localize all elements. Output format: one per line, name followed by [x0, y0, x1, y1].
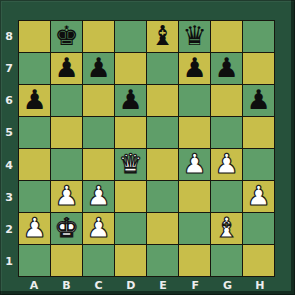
square-a3[interactable]	[19, 181, 50, 212]
rank-label-3: 3	[0, 181, 18, 213]
rank-labels: 87654321	[0, 20, 18, 278]
square-e1[interactable]	[147, 245, 178, 276]
square-g5[interactable]	[211, 117, 242, 148]
white-pawn-piece: ♟	[182, 149, 206, 179]
square-b4[interactable]	[51, 149, 82, 180]
square-g2[interactable]: ♝	[211, 213, 242, 244]
square-e7[interactable]	[147, 53, 178, 84]
square-b1[interactable]	[51, 245, 82, 276]
rank-label-5: 5	[0, 117, 18, 149]
square-a4[interactable]	[19, 149, 50, 180]
rank-label-8: 8	[0, 20, 18, 52]
square-c3[interactable]: ♟	[83, 181, 114, 212]
square-d8[interactable]	[115, 21, 146, 52]
square-g4[interactable]: ♟	[211, 149, 242, 180]
square-f8[interactable]: ♛	[179, 21, 210, 52]
file-label-d: D	[115, 277, 147, 293]
white-pawn-piece: ♟	[86, 213, 110, 243]
square-e8[interactable]: ♝	[147, 21, 178, 52]
square-d4[interactable]: ♛	[115, 149, 146, 180]
square-a2[interactable]: ♟	[19, 213, 50, 244]
square-e3[interactable]	[147, 181, 178, 212]
file-label-a: A	[18, 277, 50, 293]
square-b2[interactable]: ♚	[51, 213, 82, 244]
square-f4[interactable]: ♟	[179, 149, 210, 180]
square-f5[interactable]	[179, 117, 210, 148]
black-pawn-piece: ♟	[246, 85, 270, 115]
white-pawn-piece: ♟	[246, 181, 270, 211]
square-b8[interactable]: ♚	[51, 21, 82, 52]
square-f7[interactable]: ♟	[179, 53, 210, 84]
square-b7[interactable]: ♟	[51, 53, 82, 84]
square-f2[interactable]	[179, 213, 210, 244]
black-bishop-piece: ♝	[150, 21, 174, 51]
square-g3[interactable]	[211, 181, 242, 212]
white-bishop-piece: ♝	[214, 213, 238, 243]
black-pawn-piece: ♟	[22, 85, 46, 115]
black-pawn-piece: ♟	[54, 53, 78, 83]
chess-board: ♚♝♛♟♟♟♟♟♟♟♛♟♟♟♟♟♟♚♟♝	[18, 20, 275, 277]
square-c6[interactable]	[83, 85, 114, 116]
white-king-piece: ♚	[54, 213, 78, 243]
square-a6[interactable]: ♟	[19, 85, 50, 116]
square-d5[interactable]	[115, 117, 146, 148]
square-a1[interactable]	[19, 245, 50, 276]
chess-board-frame: 87654321 ♚♝♛♟♟♟♟♟♟♟♛♟♟♟♟♟♟♚♟♝ ABCDEFGH	[0, 0, 295, 295]
rank-label-2: 2	[0, 214, 18, 246]
square-g1[interactable]	[211, 245, 242, 276]
square-d2[interactable]	[115, 213, 146, 244]
black-queen-piece: ♛	[182, 21, 206, 51]
square-h6[interactable]: ♟	[243, 85, 274, 116]
square-e4[interactable]	[147, 149, 178, 180]
square-a5[interactable]	[19, 117, 50, 148]
square-g8[interactable]	[211, 21, 242, 52]
file-label-e: E	[147, 277, 179, 293]
square-a8[interactable]	[19, 21, 50, 52]
square-f3[interactable]	[179, 181, 210, 212]
rank-label-7: 7	[0, 52, 18, 84]
square-d3[interactable]	[115, 181, 146, 212]
file-label-h: H	[244, 277, 276, 293]
rank-label-6: 6	[0, 85, 18, 117]
square-h8[interactable]	[243, 21, 274, 52]
square-d6[interactable]: ♟	[115, 85, 146, 116]
square-h7[interactable]	[243, 53, 274, 84]
square-g7[interactable]: ♟	[211, 53, 242, 84]
square-b3[interactable]: ♟	[51, 181, 82, 212]
square-e6[interactable]	[147, 85, 178, 116]
square-c4[interactable]	[83, 149, 114, 180]
square-e5[interactable]	[147, 117, 178, 148]
square-g6[interactable]	[211, 85, 242, 116]
square-d1[interactable]	[115, 245, 146, 276]
square-c1[interactable]	[83, 245, 114, 276]
black-pawn-piece: ♟	[86, 53, 110, 83]
black-pawn-piece: ♟	[118, 85, 142, 115]
white-pawn-piece: ♟	[86, 181, 110, 211]
white-queen-piece: ♛	[118, 149, 142, 179]
square-e2[interactable]	[147, 213, 178, 244]
white-pawn-piece: ♟	[214, 149, 238, 179]
black-king-piece: ♚	[54, 21, 78, 51]
square-f6[interactable]	[179, 85, 210, 116]
rank-label-1: 1	[0, 246, 18, 278]
square-f1[interactable]	[179, 245, 210, 276]
file-label-c: C	[83, 277, 115, 293]
square-b6[interactable]	[51, 85, 82, 116]
square-b5[interactable]	[51, 117, 82, 148]
white-pawn-piece: ♟	[22, 213, 46, 243]
white-pawn-piece: ♟	[54, 181, 78, 211]
square-a7[interactable]	[19, 53, 50, 84]
black-pawn-piece: ♟	[182, 53, 206, 83]
square-h3[interactable]: ♟	[243, 181, 274, 212]
square-h2[interactable]	[243, 213, 274, 244]
square-c8[interactable]	[83, 21, 114, 52]
square-h5[interactable]	[243, 117, 274, 148]
file-label-b: B	[50, 277, 82, 293]
square-h1[interactable]	[243, 245, 274, 276]
black-pawn-piece: ♟	[214, 53, 238, 83]
file-label-g: G	[212, 277, 244, 293]
square-c2[interactable]: ♟	[83, 213, 114, 244]
file-labels: ABCDEFGH	[18, 277, 276, 293]
rank-label-4: 4	[0, 149, 18, 181]
square-h4[interactable]	[243, 149, 274, 180]
square-c7[interactable]: ♟	[83, 53, 114, 84]
file-label-f: F	[179, 277, 211, 293]
square-d7[interactable]	[115, 53, 146, 84]
square-c5[interactable]	[83, 117, 114, 148]
